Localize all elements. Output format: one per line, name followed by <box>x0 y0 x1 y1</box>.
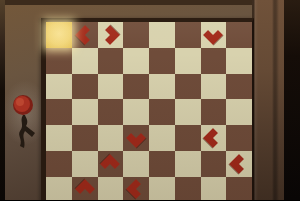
cell-r1c7[interactable] <box>201 22 227 48</box>
arrow-left-icon <box>75 25 95 45</box>
cell-r6c1[interactable] <box>46 151 72 177</box>
cell-r7c2[interactable] <box>72 177 98 201</box>
cell-r4c5[interactable] <box>149 99 175 125</box>
cell-r1c6[interactable] <box>175 22 201 48</box>
cell-r7c3[interactable] <box>98 177 124 201</box>
cell-r1c8[interactable] <box>226 22 252 48</box>
cell-r1c4[interactable] <box>123 22 149 48</box>
cell-r5c7[interactable] <box>201 125 227 151</box>
cell-r1c2[interactable] <box>72 22 98 48</box>
cell-r7c8[interactable] <box>226 177 252 201</box>
door-frame <box>252 0 284 200</box>
cell-r5c3[interactable] <box>98 125 124 151</box>
torch-icon[interactable] <box>8 92 38 154</box>
cell-r5c4[interactable] <box>123 125 149 151</box>
arrow-down-icon <box>203 25 223 45</box>
game-scene <box>0 0 300 200</box>
arrow-down-icon <box>126 128 146 148</box>
cell-r7c1[interactable] <box>46 177 72 201</box>
cell-r6c8[interactable] <box>226 151 252 177</box>
cell-r2c5[interactable] <box>149 48 175 74</box>
cell-r5c2[interactable] <box>72 125 98 151</box>
cell-r3c6[interactable] <box>175 74 201 100</box>
cell-r6c7[interactable] <box>201 151 227 177</box>
cell-r2c7[interactable] <box>201 48 227 74</box>
cell-r4c1[interactable] <box>46 99 72 125</box>
cell-r7c7[interactable] <box>201 177 227 201</box>
cell-r1c5[interactable] <box>149 22 175 48</box>
cell-r3c5[interactable] <box>149 74 175 100</box>
cell-r2c1[interactable] <box>46 48 72 74</box>
arrow-up-icon <box>100 154 120 174</box>
arrow-left-icon <box>229 154 249 174</box>
right-darkness <box>284 0 300 200</box>
cell-r7c4[interactable] <box>123 177 149 201</box>
arrow-right-icon <box>100 25 120 45</box>
cell-r2c2[interactable] <box>72 48 98 74</box>
cell-r3c1[interactable] <box>46 74 72 100</box>
arrow-left-icon <box>203 128 223 148</box>
cell-r3c2[interactable] <box>72 74 98 100</box>
cell-r5c5[interactable] <box>149 125 175 151</box>
cell-r2c6[interactable] <box>175 48 201 74</box>
cell-r2c4[interactable] <box>123 48 149 74</box>
cell-r7c5[interactable] <box>149 177 175 201</box>
cell-r5c1[interactable] <box>46 125 72 151</box>
cell-r4c3[interactable] <box>98 99 124 125</box>
arrow-left-icon <box>126 179 146 199</box>
cell-r3c4[interactable] <box>123 74 149 100</box>
cell-r4c8[interactable] <box>226 99 252 125</box>
cell-r3c7[interactable] <box>201 74 227 100</box>
cell-r6c4[interactable] <box>123 151 149 177</box>
cell-r5c8[interactable] <box>226 125 252 151</box>
cell-r1c1-highlighted[interactable] <box>46 22 72 48</box>
cell-r3c3[interactable] <box>98 74 124 100</box>
puzzle-board <box>41 18 254 200</box>
cell-r4c7[interactable] <box>201 99 227 125</box>
cell-r2c3[interactable] <box>98 48 124 74</box>
cell-r4c4[interactable] <box>123 99 149 125</box>
cell-r7c6[interactable] <box>175 177 201 201</box>
arrow-up-icon <box>75 179 95 199</box>
cell-r4c2[interactable] <box>72 99 98 125</box>
left-screen-edge <box>0 0 5 200</box>
cell-r6c2[interactable] <box>72 151 98 177</box>
cell-r1c3[interactable] <box>98 22 124 48</box>
cell-r6c5[interactable] <box>149 151 175 177</box>
cell-r6c6[interactable] <box>175 151 201 177</box>
cell-r3c8[interactable] <box>226 74 252 100</box>
cell-r2c8[interactable] <box>226 48 252 74</box>
cell-r6c3[interactable] <box>98 151 124 177</box>
board-grid <box>46 22 252 200</box>
cell-r5c6[interactable] <box>175 125 201 151</box>
cell-r4c6[interactable] <box>175 99 201 125</box>
torch-bracket <box>19 115 35 148</box>
